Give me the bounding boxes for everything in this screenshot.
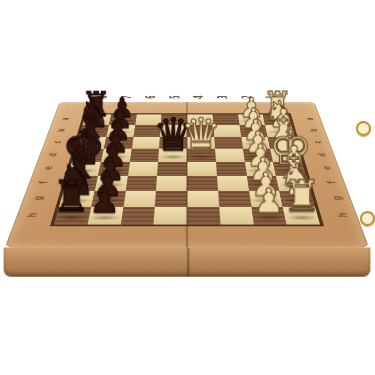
square-g4: [187, 191, 219, 207]
board-frame: ♜♟♟♜♞♟♟♞♝♟♟♝♟♛♛♟♚♟♟♚♝♟♟♝♞♟♟♞♜♟♟♜ 8765432…: [5, 102, 369, 247]
square-g5: [155, 191, 187, 207]
square-h1: ♜: [283, 207, 320, 224]
square-f5: [156, 176, 187, 191]
square-d4: ♛: [187, 149, 216, 162]
square-h5: [154, 207, 187, 224]
square-e5: [157, 162, 187, 176]
rank-label-5: 5: [167, 95, 182, 100]
board-front-edge: [4, 248, 371, 277]
brass-clasp-icon: [356, 121, 371, 136]
chess-set-product-photo: ♜♟♟♜♞♟♟♞♝♟♟♝♟♛♛♟♚♟♟♚♝♟♟♝♞♟♟♞♜♟♟♜ 8765432…: [0, 0, 375, 375]
square-h4: [187, 207, 220, 224]
square-e4: [187, 162, 217, 176]
chess-board: ♜♟♟♜♞♟♟♞♝♟♟♝♟♛♛♟♚♟♟♚♝♟♟♝♞♟♟♞♜♟♟♜ 8765432…: [5, 102, 369, 247]
brass-clasp-icon: [360, 211, 375, 226]
square-f4: [187, 176, 218, 191]
square-h7: ♟: [87, 207, 123, 224]
piece-white-rook-h1: ♜: [268, 175, 336, 218]
front-edge-seam: [187, 248, 189, 277]
piece-black-pawn-h7: ♟: [71, 184, 139, 218]
rank-label-4: 4: [191, 95, 206, 100]
piece-white-queen-d4: ♛: [172, 112, 231, 157]
